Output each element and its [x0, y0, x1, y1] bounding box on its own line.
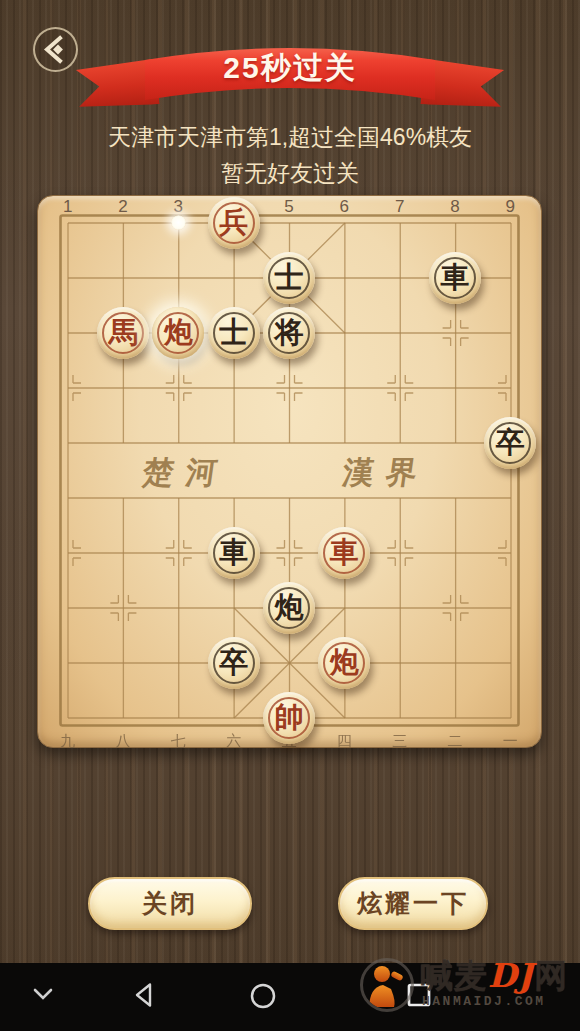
banner-title: 25秒过关 — [145, 48, 435, 89]
piece-character: 士 — [274, 263, 303, 292]
nav-back-icon[interactable] — [131, 981, 159, 1009]
piece-black-士[interactable]: 士 — [208, 307, 260, 359]
piece-character: 将 — [274, 318, 303, 347]
xiangqi-board[interactable]: 123456789 九八七六五四三二一 楚河 漢界 兵士車馬炮士将卒車車炮卒炮帥 — [37, 195, 542, 748]
piece-layer: 兵士車馬炮士将卒車車炮卒炮帥 — [40, 195, 538, 745]
nav-recents-icon[interactable] — [405, 981, 433, 1009]
piece-red-帥[interactable]: 帥 — [263, 692, 315, 744]
rank-text: 天津市天津市第1,超过全国46%棋友 — [0, 122, 580, 153]
showoff-button[interactable]: 炫耀一下 — [338, 877, 488, 930]
piece-character: 兵 — [219, 208, 248, 237]
piece-character: 車 — [440, 263, 469, 292]
piece-character: 炮 — [330, 648, 359, 677]
back-chevron-icon — [35, 29, 76, 70]
piece-black-炮[interactable]: 炮 — [263, 582, 315, 634]
piece-red-車[interactable]: 車 — [318, 527, 370, 579]
piece-black-将[interactable]: 将 — [263, 307, 315, 359]
piece-character: 馬 — [108, 318, 137, 347]
piece-character: 車 — [330, 538, 359, 567]
piece-character: 卒 — [219, 648, 248, 677]
piece-red-兵[interactable]: 兵 — [208, 197, 260, 249]
close-button[interactable]: 关闭 — [88, 877, 252, 930]
piece-black-車[interactable]: 車 — [429, 252, 481, 304]
back-button[interactable] — [33, 27, 78, 72]
piece-character: 車 — [219, 538, 248, 567]
piece-red-炮[interactable]: 炮 — [152, 307, 204, 359]
piece-red-馬[interactable]: 馬 — [97, 307, 149, 359]
piece-red-炮[interactable]: 炮 — [318, 637, 370, 689]
piece-character: 士 — [219, 318, 248, 347]
friends-status-text: 暂无好友过关 — [0, 158, 580, 189]
piece-black-卒[interactable]: 卒 — [484, 417, 536, 469]
piece-black-士[interactable]: 士 — [263, 252, 315, 304]
piece-character: 炮 — [274, 593, 303, 622]
piece-character: 炮 — [164, 318, 193, 347]
nav-home-icon[interactable] — [248, 981, 278, 1011]
app-root: 25秒过关 天津市天津市第1,超过全国46%棋友 暂无好友过关 12345678… — [0, 0, 580, 1031]
last-move-origin-marker — [171, 215, 186, 230]
piece-black-卒[interactable]: 卒 — [208, 637, 260, 689]
hide-navbar-chevron-icon[interactable] — [30, 981, 56, 1007]
piece-character: 卒 — [496, 428, 525, 457]
piece-black-車[interactable]: 車 — [208, 527, 260, 579]
android-nav-bar — [0, 963, 580, 1031]
piece-character: 帥 — [274, 703, 303, 732]
